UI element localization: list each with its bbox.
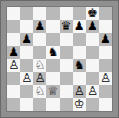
square-h4[interactable] <box>99 59 112 72</box>
square-d6[interactable] <box>46 33 59 46</box>
square-e1[interactable] <box>60 98 73 111</box>
square-c3[interactable]: ♙ <box>33 72 46 85</box>
square-g1[interactable] <box>86 98 99 111</box>
square-a4[interactable]: ♙ <box>7 59 20 72</box>
square-h6[interactable]: ♟ <box>99 33 112 46</box>
square-a5[interactable]: ♟ <box>7 46 20 59</box>
square-h3[interactable]: ♙ <box>99 72 112 85</box>
square-c4[interactable]: ♘ <box>33 59 46 72</box>
square-f6[interactable] <box>73 33 86 46</box>
square-d3[interactable] <box>46 72 59 85</box>
square-a2[interactable] <box>7 85 20 98</box>
square-g4[interactable] <box>86 59 99 72</box>
square-c2[interactable]: ♘ <box>33 85 46 98</box>
piece-black-pawn: ♟ <box>74 20 85 33</box>
square-g3[interactable] <box>86 72 99 85</box>
piece-black-knight: ♞ <box>48 46 59 59</box>
square-c8[interactable] <box>33 7 46 20</box>
square-c1[interactable] <box>33 98 46 111</box>
square-b7[interactable] <box>20 20 33 33</box>
square-d7[interactable] <box>46 20 59 33</box>
square-a8[interactable] <box>7 7 20 20</box>
square-f8[interactable] <box>73 7 86 20</box>
square-g6[interactable] <box>86 33 99 46</box>
square-f7[interactable]: ♟ <box>73 20 86 33</box>
square-h7[interactable] <box>99 20 112 33</box>
piece-white-pawn: ♙ <box>87 85 98 98</box>
piece-white-pawn: ♙ <box>74 85 85 98</box>
square-c6[interactable] <box>33 33 46 46</box>
square-h2[interactable] <box>99 85 112 98</box>
piece-black-queen: ♛ <box>61 20 72 33</box>
piece-black-pawn: ♟ <box>34 20 45 33</box>
square-e7[interactable]: ♛ <box>60 20 73 33</box>
square-a7[interactable] <box>7 20 20 33</box>
square-d4[interactable] <box>46 59 59 72</box>
square-d2[interactable]: ♕ <box>46 85 59 98</box>
square-g8[interactable]: ♚ <box>86 7 99 20</box>
square-f1[interactable]: ♔ <box>73 98 86 111</box>
square-b5[interactable] <box>20 46 33 59</box>
square-e6[interactable] <box>60 33 73 46</box>
square-a3[interactable] <box>7 72 20 85</box>
piece-black-pawn: ♟ <box>87 20 98 33</box>
piece-white-knight: ♘ <box>34 85 45 98</box>
square-b2[interactable] <box>20 85 33 98</box>
piece-black-pawn: ♟ <box>100 33 111 46</box>
square-e2[interactable] <box>60 85 73 98</box>
square-h1[interactable] <box>99 98 112 111</box>
square-f4[interactable]: ♞ <box>73 59 86 72</box>
square-f5[interactable] <box>73 46 86 59</box>
piece-black-pawn: ♟ <box>21 33 32 46</box>
piece-black-pawn: ♟ <box>8 46 19 59</box>
square-g2[interactable]: ♙ <box>86 85 99 98</box>
square-b8[interactable] <box>20 7 33 20</box>
square-b1[interactable] <box>20 98 33 111</box>
square-d8[interactable] <box>46 7 59 20</box>
piece-white-pawn: ♙ <box>21 72 32 85</box>
square-h5[interactable] <box>99 46 112 59</box>
square-e5[interactable] <box>60 46 73 59</box>
square-a6[interactable] <box>7 33 20 46</box>
square-f2[interactable]: ♙ <box>73 85 86 98</box>
square-h8[interactable] <box>99 7 112 20</box>
square-e4[interactable] <box>60 59 73 72</box>
square-e8[interactable] <box>60 7 73 20</box>
square-a1[interactable] <box>7 98 20 111</box>
square-g7[interactable]: ♟ <box>86 20 99 33</box>
square-c5[interactable] <box>33 46 46 59</box>
square-c7[interactable]: ♟ <box>33 20 46 33</box>
piece-white-king: ♔ <box>74 98 85 111</box>
piece-white-queen: ♕ <box>48 85 59 98</box>
piece-white-pawn: ♙ <box>34 72 45 85</box>
square-e3[interactable] <box>60 72 73 85</box>
square-b6[interactable]: ♟ <box>20 33 33 46</box>
chess-board: ♚♟♛♟♟♟♟♟♞♙♘♞♙♙♙♘♕♙♙♔ <box>7 7 112 111</box>
piece-white-pawn: ♙ <box>100 72 111 85</box>
piece-white-pawn: ♙ <box>8 59 19 72</box>
square-b4[interactable] <box>20 59 33 72</box>
square-b3[interactable]: ♙ <box>20 72 33 85</box>
piece-black-king: ♚ <box>87 7 98 20</box>
square-d5[interactable]: ♞ <box>46 46 59 59</box>
piece-black-knight: ♞ <box>74 59 85 72</box>
piece-white-knight: ♘ <box>34 59 45 72</box>
chess-diagram-frame: ♚♟♛♟♟♟♟♟♞♙♘♞♙♙♙♘♕♙♙♔ <box>0 0 119 118</box>
square-f3[interactable] <box>73 72 86 85</box>
square-g5[interactable] <box>86 46 99 59</box>
square-d1[interactable] <box>46 98 59 111</box>
